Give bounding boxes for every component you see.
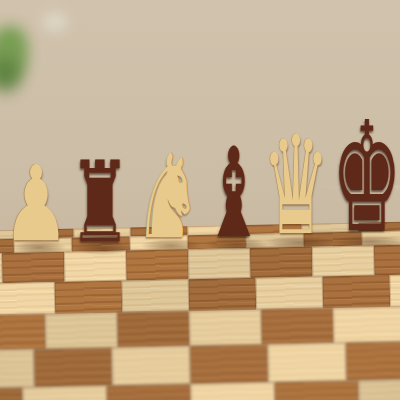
white-pawn: ♟ bbox=[2, 152, 69, 256]
black-king: ♚ bbox=[332, 102, 400, 254]
scene: ♟♜♞♝♛♚ bbox=[0, 0, 400, 400]
board-square-r6c1-dark bbox=[0, 388, 24, 400]
board-square-r5c1-light bbox=[0, 349, 35, 389]
board-square-r4c1-dark bbox=[0, 314, 46, 351]
board-square-r3c6-dark bbox=[323, 275, 391, 308]
black-bishop: ♝ bbox=[203, 131, 265, 255]
board-square-r4c5-dark bbox=[261, 308, 334, 345]
board-square-r3c5-light bbox=[256, 276, 324, 309]
board-square-r6c5-dark bbox=[275, 381, 360, 400]
board-square-r6c6-light bbox=[359, 379, 400, 400]
board-square-r5c6-dark bbox=[346, 341, 400, 381]
black-rook: ♜ bbox=[69, 146, 131, 258]
board-square-r6c2-light bbox=[23, 386, 108, 400]
board-square-r3c4-dark bbox=[189, 278, 257, 311]
board-square-r5c4-dark bbox=[190, 345, 269, 385]
board-square-r3c2-dark bbox=[55, 281, 123, 314]
board-square-r3c3-light bbox=[122, 279, 190, 312]
board-square-r5c5-light bbox=[268, 343, 347, 383]
white-knight: ♞ bbox=[134, 139, 203, 255]
board-square-r4c2-light bbox=[45, 313, 118, 350]
board-square-r5c3-light bbox=[112, 346, 191, 386]
board-square-r3c7-light bbox=[390, 274, 400, 307]
board-square-r3c1-light bbox=[0, 282, 55, 315]
board-square-r6c3-dark bbox=[107, 384, 192, 400]
board-square-r5c2-dark bbox=[34, 348, 113, 388]
board-square-r4c3-dark bbox=[117, 311, 190, 348]
board-square-r6c4-light bbox=[191, 382, 276, 400]
white-queen: ♛ bbox=[262, 118, 330, 254]
board-square-r4c6-light bbox=[333, 307, 400, 344]
board-square-r4c4-light bbox=[189, 310, 262, 347]
